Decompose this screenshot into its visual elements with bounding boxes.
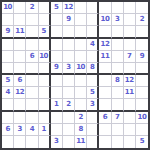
cell-r8c10-empty[interactable] <box>112 87 124 99</box>
cell-r1c1-given[interactable]: 10 <box>2 2 14 14</box>
cell-r11c6-empty[interactable] <box>63 124 75 136</box>
cell-r12c8-empty[interactable] <box>87 136 99 148</box>
cell-r2c7-empty[interactable] <box>75 14 87 26</box>
cell-r11c9-empty[interactable] <box>99 124 111 136</box>
cell-r2c8-empty[interactable] <box>87 14 99 26</box>
cell-r4c2-empty[interactable] <box>14 39 26 51</box>
cell-r9c9-empty[interactable] <box>99 99 111 111</box>
cell-r9c8-given[interactable]: 3 <box>87 99 99 111</box>
cell-r6c9-empty[interactable] <box>99 63 111 75</box>
cell-r9c7-empty[interactable] <box>75 99 87 111</box>
cell-r8c8-given[interactable]: 5 <box>87 87 99 99</box>
cell-r2c12-given[interactable]: 2 <box>136 14 148 26</box>
cell-r2c5-empty[interactable] <box>51 14 63 26</box>
cell-r12c6-empty[interactable] <box>63 136 75 148</box>
cell-r5c5-empty[interactable] <box>51 51 63 63</box>
cell-r1c11-empty[interactable] <box>124 2 136 14</box>
cell-r5c10-empty[interactable] <box>112 51 124 63</box>
cell-r7c7-empty[interactable] <box>75 75 87 87</box>
cell-r8c11-given[interactable]: 11 <box>124 87 136 99</box>
cell-r7c1-given[interactable]: 5 <box>2 75 14 87</box>
cell-r10c3-empty[interactable] <box>26 112 38 124</box>
cell-r12c3-empty[interactable] <box>26 136 38 148</box>
cell-r9c2-empty[interactable] <box>14 99 26 111</box>
cell-r11c2-given[interactable]: 3 <box>14 124 26 136</box>
cell-r4c3-empty[interactable] <box>26 39 38 51</box>
cell-r9c6-given[interactable]: 2 <box>63 99 75 111</box>
cell-r1c2-empty[interactable] <box>14 2 26 14</box>
cell-r4c8-given[interactable]: 4 <box>87 39 99 51</box>
cell-r9c3-empty[interactable] <box>26 99 38 111</box>
cell-r8c7-empty[interactable] <box>75 87 87 99</box>
cell-r6c1-empty[interactable] <box>2 63 14 75</box>
cell-r10c11-empty[interactable] <box>124 112 136 124</box>
cell-r9c5-given[interactable]: 1 <box>51 99 63 111</box>
cell-r5c3-given[interactable]: 6 <box>26 51 38 63</box>
cell-r7c9-empty[interactable] <box>99 75 111 87</box>
cell-r9c4-empty[interactable] <box>39 99 51 111</box>
cell-r4c7-empty[interactable] <box>75 39 87 51</box>
cell-r3c3-empty[interactable] <box>26 26 38 38</box>
cell-r5c1-empty[interactable] <box>2 51 14 63</box>
cell-r5c2-empty[interactable] <box>14 51 26 63</box>
cell-r1c4-empty[interactable] <box>39 2 51 14</box>
cell-r12c9-empty[interactable] <box>99 136 111 148</box>
cell-r2c10-given[interactable]: 3 <box>112 14 124 26</box>
cell-r6c4-empty[interactable] <box>39 63 51 75</box>
cell-r5c12-given[interactable]: 9 <box>136 51 148 63</box>
cell-r6c6-given[interactable]: 3 <box>63 63 75 75</box>
cell-r3c4-given[interactable]: 5 <box>39 26 51 38</box>
sudoku-board: 1025129103291154126101179931085681241251… <box>0 0 150 150</box>
cell-r12c10-empty[interactable] <box>112 136 124 148</box>
cell-r4c5-empty[interactable] <box>51 39 63 51</box>
cell-r8c9-empty[interactable] <box>99 87 111 99</box>
cell-r6c5-given[interactable]: 9 <box>51 63 63 75</box>
cell-r11c5-empty[interactable] <box>51 124 63 136</box>
cell-r2c4-empty[interactable] <box>39 14 51 26</box>
cell-r4c12-empty[interactable] <box>136 39 148 51</box>
cell-r4c11-empty[interactable] <box>124 39 136 51</box>
cell-r4c4-empty[interactable] <box>39 39 51 51</box>
cell-r5c7-empty[interactable] <box>75 51 87 63</box>
cell-r5c8-empty[interactable] <box>87 51 99 63</box>
cell-r3c6-empty[interactable] <box>63 26 75 38</box>
cell-r11c8-empty[interactable] <box>87 124 99 136</box>
cell-r5c9-given[interactable]: 11 <box>99 51 111 63</box>
cell-r3c5-empty[interactable] <box>51 26 63 38</box>
cell-r12c1-empty[interactable] <box>2 136 14 148</box>
cell-r8c2-given[interactable]: 12 <box>14 87 26 99</box>
cell-r3c8-empty[interactable] <box>87 26 99 38</box>
cell-r10c8-empty[interactable] <box>87 112 99 124</box>
cell-r4c9-given[interactable]: 12 <box>99 39 111 51</box>
cell-r4c1-empty[interactable] <box>2 39 14 51</box>
cell-r7c11-given[interactable]: 12 <box>124 75 136 87</box>
cell-r1c6-given[interactable]: 12 <box>63 2 75 14</box>
cell-r1c9-empty[interactable] <box>99 2 111 14</box>
cell-r8c5-empty[interactable] <box>51 87 63 99</box>
cell-r1c10-empty[interactable] <box>112 2 124 14</box>
cell-r7c12-empty[interactable] <box>136 75 148 87</box>
cell-r2c9-given[interactable]: 10 <box>99 14 111 26</box>
cell-r12c4-empty[interactable] <box>39 136 51 148</box>
cell-r5c11-given[interactable]: 7 <box>124 51 136 63</box>
cell-r10c5-empty[interactable] <box>51 112 63 124</box>
cell-r12c5-given[interactable]: 3 <box>51 136 63 148</box>
cell-r10c4-empty[interactable] <box>39 112 51 124</box>
cell-r12c7-given[interactable]: 11 <box>75 136 87 148</box>
cell-r3c1-given[interactable]: 9 <box>2 26 14 38</box>
cell-r10c7-given[interactable]: 2 <box>75 112 87 124</box>
cell-r4c10-empty[interactable] <box>112 39 124 51</box>
cell-r10c1-empty[interactable] <box>2 112 14 124</box>
cell-r3c11-empty[interactable] <box>124 26 136 38</box>
sudoku-puzzle: 1025129103291154126101179931085681241251… <box>0 0 150 150</box>
cell-r11c1-given[interactable]: 6 <box>2 124 14 136</box>
cell-r8c6-empty[interactable] <box>63 87 75 99</box>
cell-r10c6-empty[interactable] <box>63 112 75 124</box>
cell-r6c11-empty[interactable] <box>124 63 136 75</box>
cell-r12c2-empty[interactable] <box>14 136 26 148</box>
cell-r9c11-empty[interactable] <box>124 99 136 111</box>
cell-r4c6-empty[interactable] <box>63 39 75 51</box>
cell-r6c2-empty[interactable] <box>14 63 26 75</box>
cell-r2c1-empty[interactable] <box>2 14 14 26</box>
cell-r5c4-given[interactable]: 10 <box>39 51 51 63</box>
cell-r2c6-given[interactable]: 9 <box>63 14 75 26</box>
cell-r7c6-empty[interactable] <box>63 75 75 87</box>
cell-r6c3-empty[interactable] <box>26 63 38 75</box>
cell-r8c1-given[interactable]: 4 <box>2 87 14 99</box>
cell-r7c3-empty[interactable] <box>26 75 38 87</box>
cell-r1c5-given[interactable]: 5 <box>51 2 63 14</box>
cell-r6c7-given[interactable]: 10 <box>75 63 87 75</box>
cell-r7c8-empty[interactable] <box>87 75 99 87</box>
cell-r8c4-empty[interactable] <box>39 87 51 99</box>
cell-r6c10-empty[interactable] <box>112 63 124 75</box>
cell-r11c11-empty[interactable] <box>124 124 136 136</box>
cell-r2c11-empty[interactable] <box>124 14 136 26</box>
cell-r6c12-empty[interactable] <box>136 63 148 75</box>
cell-r1c7-empty[interactable] <box>75 2 87 14</box>
cell-r8c12-empty[interactable] <box>136 87 148 99</box>
cell-r5c6-empty[interactable] <box>63 51 75 63</box>
cell-r10c9-given[interactable]: 6 <box>99 112 111 124</box>
cell-r1c8-empty[interactable] <box>87 2 99 14</box>
cell-r12c12-given[interactable]: 5 <box>136 136 148 148</box>
cell-r7c4-empty[interactable] <box>39 75 51 87</box>
cell-r6c8-given[interactable]: 8 <box>87 63 99 75</box>
cell-r3c12-empty[interactable] <box>136 26 148 38</box>
cell-r7c2-given[interactable]: 6 <box>14 75 26 87</box>
cell-r7c10-given[interactable]: 8 <box>112 75 124 87</box>
cell-r9c10-empty[interactable] <box>112 99 124 111</box>
cell-r8c3-empty[interactable] <box>26 87 38 99</box>
cell-r11c4-given[interactable]: 1 <box>39 124 51 136</box>
cell-r11c12-empty[interactable] <box>136 124 148 136</box>
cell-r3c2-given[interactable]: 11 <box>14 26 26 38</box>
cell-r9c12-empty[interactable] <box>136 99 148 111</box>
cell-r3c9-empty[interactable] <box>99 26 111 38</box>
cell-r3c10-empty[interactable] <box>112 26 124 38</box>
cell-r11c7-given[interactable]: 8 <box>75 124 87 136</box>
cell-r10c2-empty[interactable] <box>14 112 26 124</box>
cell-r9c1-empty[interactable] <box>2 99 14 111</box>
cell-r11c3-given[interactable]: 4 <box>26 124 38 136</box>
cell-r3c7-empty[interactable] <box>75 26 87 38</box>
cell-r1c12-empty[interactable] <box>136 2 148 14</box>
cell-r10c10-given[interactable]: 7 <box>112 112 124 124</box>
cell-r1c3-given[interactable]: 2 <box>26 2 38 14</box>
cell-r2c2-empty[interactable] <box>14 14 26 26</box>
cell-r7c5-empty[interactable] <box>51 75 63 87</box>
cell-r12c11-empty[interactable] <box>124 136 136 148</box>
cell-r10c12-given[interactable]: 10 <box>136 112 148 124</box>
cell-r2c3-empty[interactable] <box>26 14 38 26</box>
cell-r11c10-empty[interactable] <box>112 124 124 136</box>
